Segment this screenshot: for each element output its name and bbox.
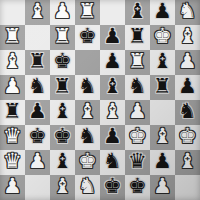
black-king-piece[interactable]: ♚ [78, 25, 97, 49]
square-e2[interactable]: ♞ [100, 150, 125, 175]
white-bishop-piece[interactable]: ♝ [28, 0, 47, 24]
black-king-piece[interactable]: ♚ [28, 125, 47, 149]
square-a6[interactable]: ♝ [0, 50, 25, 75]
square-c3[interactable]: ♚ [50, 125, 75, 150]
square-f2[interactable]: ♛ [125, 150, 150, 175]
square-f1[interactable]: ♚ [125, 175, 150, 200]
white-pawn-piece[interactable]: ♟ [53, 0, 72, 24]
black-knight-piece[interactable]: ♞ [128, 75, 147, 99]
square-e7[interactable]: ♟ [100, 25, 125, 50]
square-d3[interactable]: ♞ [75, 125, 100, 150]
white-bishop-piece[interactable]: ♝ [178, 150, 197, 174]
black-queen-piece[interactable]: ♛ [128, 150, 147, 174]
square-g6[interactable]: ♝ [150, 50, 175, 75]
square-g5[interactable]: ♜ [150, 75, 175, 100]
black-bishop-piece[interactable]: ♝ [53, 100, 72, 124]
square-a8[interactable] [0, 0, 25, 25]
square-g1[interactable]: ♟ [150, 175, 175, 200]
black-pawn-piece[interactable]: ♟ [103, 50, 122, 74]
square-c8[interactable]: ♟ [50, 0, 75, 25]
white-rook-piece[interactable]: ♜ [128, 50, 147, 74]
square-h1[interactable] [175, 175, 200, 200]
square-a4[interactable]: ♜ [0, 100, 25, 125]
square-b6[interactable]: ♜ [25, 50, 50, 75]
square-f8[interactable]: ♝ [125, 0, 150, 25]
black-bishop-piece[interactable]: ♝ [53, 150, 72, 174]
square-f4[interactable]: ♟ [125, 100, 150, 125]
square-a3[interactable]: ♛ [0, 125, 25, 150]
white-rook-piece[interactable]: ♜ [3, 25, 22, 49]
square-e8[interactable] [100, 0, 125, 25]
black-king-piece[interactable]: ♚ [53, 125, 72, 149]
square-f6[interactable]: ♜ [125, 50, 150, 75]
square-c5[interactable]: ♜ [50, 75, 75, 100]
square-d2[interactable]: ♚ [75, 150, 100, 175]
square-a5[interactable]: ♟ [0, 75, 25, 100]
white-knight-piece[interactable]: ♞ [78, 175, 97, 199]
white-bishop-piece[interactable]: ♝ [178, 25, 197, 49]
square-c1[interactable]: ♝ [50, 175, 75, 200]
white-rook-piece[interactable]: ♜ [78, 0, 97, 24]
square-d1[interactable]: ♞ [75, 175, 100, 200]
square-e5[interactable]: ♝ [100, 75, 125, 100]
square-g3[interactable]: ♝ [150, 125, 175, 150]
black-knight-piece[interactable]: ♞ [78, 75, 97, 99]
square-b8[interactable]: ♝ [25, 0, 50, 25]
black-bishop-piece[interactable]: ♝ [153, 50, 172, 74]
square-h3[interactable]: ♚ [175, 125, 200, 150]
white-bishop-piece[interactable]: ♝ [3, 50, 22, 74]
white-pawn-piece[interactable]: ♟ [128, 100, 147, 124]
chess-board: ♝♟♜♝♟♞♜♜♚♟♜♚♝♝♜♚♟♜♝♟♟♞♜♞♝♞♜♟♜♟♝♝♝♟♞♛♚♚♞♟… [0, 0, 200, 200]
square-h8[interactable]: ♞ [175, 0, 200, 25]
square-f3[interactable]: ♚ [125, 125, 150, 150]
black-pawn-piece[interactable]: ♟ [28, 100, 47, 124]
square-e6[interactable]: ♟ [100, 50, 125, 75]
white-king-piece[interactable]: ♚ [178, 125, 197, 149]
white-king-piece[interactable]: ♚ [78, 150, 97, 174]
black-rook-piece[interactable]: ♜ [128, 25, 147, 49]
black-bishop-piece[interactable]: ♝ [103, 75, 122, 99]
white-pawn-piece[interactable]: ♟ [178, 50, 197, 74]
white-pawn-piece[interactable]: ♟ [3, 75, 22, 99]
square-g2[interactable]: ♟ [150, 150, 175, 175]
square-c6[interactable]: ♚ [50, 50, 75, 75]
square-g7[interactable]: ♚ [150, 25, 175, 50]
black-king-piece[interactable]: ♚ [103, 175, 122, 199]
black-king-piece[interactable]: ♚ [53, 50, 72, 74]
square-g8[interactable]: ♟ [150, 0, 175, 25]
square-f5[interactable]: ♞ [125, 75, 150, 100]
square-d4[interactable]: ♝ [75, 100, 100, 125]
square-h7[interactable]: ♝ [175, 25, 200, 50]
black-rook-piece[interactable]: ♜ [28, 50, 47, 74]
white-king-piece[interactable]: ♚ [128, 125, 147, 149]
square-d6[interactable] [75, 50, 100, 75]
square-h4[interactable]: ♞ [175, 100, 200, 125]
black-rook-piece[interactable]: ♜ [53, 75, 72, 99]
white-queen-piece[interactable]: ♛ [3, 125, 22, 149]
black-knight-piece[interactable]: ♞ [28, 75, 47, 99]
square-b1[interactable] [25, 175, 50, 200]
square-a1[interactable]: ♟ [0, 175, 25, 200]
square-f7[interactable]: ♜ [125, 25, 150, 50]
square-b5[interactable]: ♞ [25, 75, 50, 100]
square-g4[interactable] [150, 100, 175, 125]
square-e3[interactable]: ♟ [100, 125, 125, 150]
white-rook-piece[interactable]: ♜ [53, 25, 72, 49]
black-pawn-piece[interactable]: ♟ [178, 75, 197, 99]
black-pawn-piece[interactable]: ♟ [103, 125, 122, 149]
square-b4[interactable]: ♟ [25, 100, 50, 125]
white-pawn-piece[interactable]: ♟ [3, 175, 22, 199]
white-queen-piece[interactable]: ♛ [3, 150, 22, 174]
black-pawn-piece[interactable]: ♟ [153, 150, 172, 174]
white-pawn-piece[interactable]: ♟ [153, 175, 172, 199]
square-a2[interactable]: ♛ [0, 150, 25, 175]
screenshot-root: ♝♟♜♝♟♞♜♜♚♟♜♚♝♝♜♚♟♜♝♟♟♞♜♞♝♞♜♟♜♟♝♝♝♟♞♛♚♚♞♟… [0, 0, 200, 200]
square-c4[interactable]: ♝ [50, 100, 75, 125]
square-e1[interactable]: ♚ [100, 175, 125, 200]
black-knight-piece[interactable]: ♞ [78, 125, 97, 149]
square-h6[interactable]: ♟ [175, 50, 200, 75]
black-pawn-piece[interactable]: ♟ [153, 0, 172, 24]
square-c2[interactable]: ♝ [50, 150, 75, 175]
black-rook-piece[interactable]: ♜ [3, 100, 22, 124]
square-a7[interactable]: ♜ [0, 25, 25, 50]
square-c7[interactable]: ♜ [50, 25, 75, 50]
black-knight-piece[interactable]: ♞ [103, 150, 122, 174]
black-bishop-piece[interactable]: ♝ [128, 0, 147, 24]
white-king-piece[interactable]: ♚ [153, 25, 172, 49]
square-d5[interactable]: ♞ [75, 75, 100, 100]
black-rook-piece[interactable]: ♜ [153, 75, 172, 99]
black-pawn-piece[interactable]: ♟ [103, 25, 122, 49]
white-bishop-piece[interactable]: ♝ [78, 100, 97, 124]
square-h2[interactable]: ♝ [175, 150, 200, 175]
square-h5[interactable]: ♟ [175, 75, 200, 100]
square-d7[interactable]: ♚ [75, 25, 100, 50]
white-bishop-piece[interactable]: ♝ [53, 175, 72, 199]
black-knight-piece[interactable]: ♞ [178, 100, 197, 124]
white-knight-piece[interactable]: ♞ [178, 0, 197, 24]
square-d8[interactable]: ♜ [75, 0, 100, 25]
square-b2[interactable]: ♟ [25, 150, 50, 175]
white-pawn-piece[interactable]: ♟ [28, 150, 47, 174]
square-b7[interactable] [25, 25, 50, 50]
square-b3[interactable]: ♚ [25, 125, 50, 150]
white-bishop-piece[interactable]: ♝ [103, 100, 122, 124]
square-e4[interactable]: ♝ [100, 100, 125, 125]
black-king-piece[interactable]: ♚ [128, 175, 147, 199]
white-bishop-piece[interactable]: ♝ [153, 125, 172, 149]
